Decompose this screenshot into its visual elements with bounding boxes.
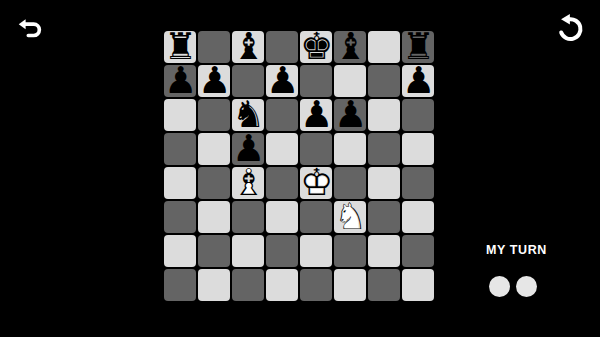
- square-c8[interactable]: ♝: [232, 31, 264, 63]
- piece-black-king: ♚: [300, 31, 332, 63]
- square-d3[interactable]: [266, 201, 298, 233]
- square-b7[interactable]: ♟: [198, 65, 230, 97]
- square-a3[interactable]: [164, 201, 196, 233]
- turn-indicator-dot: [516, 276, 537, 297]
- square-b2[interactable]: [198, 235, 230, 267]
- square-g4[interactable]: [368, 167, 400, 199]
- restart-arrow-icon: [555, 32, 586, 47]
- square-h7[interactable]: ♟: [402, 65, 434, 97]
- square-e1[interactable]: [300, 269, 332, 301]
- square-c4[interactable]: ♝♗: [232, 167, 264, 199]
- square-h1[interactable]: [402, 269, 434, 301]
- square-c2[interactable]: [232, 235, 264, 267]
- square-f3[interactable]: ♞♘: [334, 201, 366, 233]
- square-f6[interactable]: ♟: [334, 99, 366, 131]
- piece-black-pawn: ♟: [300, 99, 332, 131]
- square-h4[interactable]: [402, 167, 434, 199]
- square-b4[interactable]: [198, 167, 230, 199]
- square-b5[interactable]: [198, 133, 230, 165]
- square-g8[interactable]: [368, 31, 400, 63]
- square-f2[interactable]: [334, 235, 366, 267]
- piece-white-king: ♚♔: [300, 167, 332, 199]
- square-g6[interactable]: [368, 99, 400, 131]
- piece-black-bishop: ♝: [232, 31, 264, 63]
- square-b6[interactable]: [198, 99, 230, 131]
- square-a1[interactable]: [164, 269, 196, 301]
- square-d4[interactable]: [266, 167, 298, 199]
- square-g2[interactable]: [368, 235, 400, 267]
- back-button[interactable]: [17, 16, 45, 41]
- square-g1[interactable]: [368, 269, 400, 301]
- square-b1[interactable]: [198, 269, 230, 301]
- piece-white-bishop: ♝♗: [232, 167, 264, 199]
- piece-black-pawn: ♟: [402, 65, 434, 97]
- chess-board: ♜♝♚♝♜♟♟♟♟♞♟♟♟♝♗♚♔♞♘: [164, 31, 434, 301]
- piece-black-pawn: ♟: [334, 99, 366, 131]
- square-h2[interactable]: [402, 235, 434, 267]
- turn-indicator-dot: [489, 276, 510, 297]
- square-a7[interactable]: ♟: [164, 65, 196, 97]
- square-a6[interactable]: [164, 99, 196, 131]
- square-d2[interactable]: [266, 235, 298, 267]
- square-e3[interactable]: [300, 201, 332, 233]
- square-g3[interactable]: [368, 201, 400, 233]
- piece-black-pawn: ♟: [164, 65, 196, 97]
- piece-black-pawn: ♟: [266, 65, 298, 97]
- piece-black-pawn: ♟: [198, 65, 230, 97]
- square-c3[interactable]: [232, 201, 264, 233]
- square-e4[interactable]: ♚♔: [300, 167, 332, 199]
- restart-button[interactable]: [555, 13, 586, 44]
- square-d7[interactable]: ♟: [266, 65, 298, 97]
- square-g5[interactable]: [368, 133, 400, 165]
- square-f5[interactable]: [334, 133, 366, 165]
- square-a2[interactable]: [164, 235, 196, 267]
- square-e6[interactable]: ♟: [300, 99, 332, 131]
- square-a4[interactable]: [164, 167, 196, 199]
- square-g7[interactable]: [368, 65, 400, 97]
- square-d1[interactable]: [266, 269, 298, 301]
- square-e2[interactable]: [300, 235, 332, 267]
- square-f8[interactable]: ♝: [334, 31, 366, 63]
- square-d5[interactable]: [266, 133, 298, 165]
- square-f1[interactable]: [334, 269, 366, 301]
- square-a5[interactable]: [164, 133, 196, 165]
- square-b3[interactable]: [198, 201, 230, 233]
- chess-app: ♜♝♚♝♜♟♟♟♟♞♟♟♟♝♗♚♔♞♘ MY TURN: [0, 0, 600, 337]
- turn-status-label: MY TURN: [486, 243, 547, 257]
- square-h3[interactable]: [402, 201, 434, 233]
- undo-arrow-icon: [17, 29, 45, 44]
- piece-black-bishop: ♝: [334, 31, 366, 63]
- piece-white-knight: ♞♘: [334, 201, 366, 233]
- player-piece-indicators: [489, 276, 537, 297]
- square-h6[interactable]: [402, 99, 434, 131]
- square-e8[interactable]: ♚: [300, 31, 332, 63]
- square-h5[interactable]: [402, 133, 434, 165]
- square-c1[interactable]: [232, 269, 264, 301]
- square-d6[interactable]: [266, 99, 298, 131]
